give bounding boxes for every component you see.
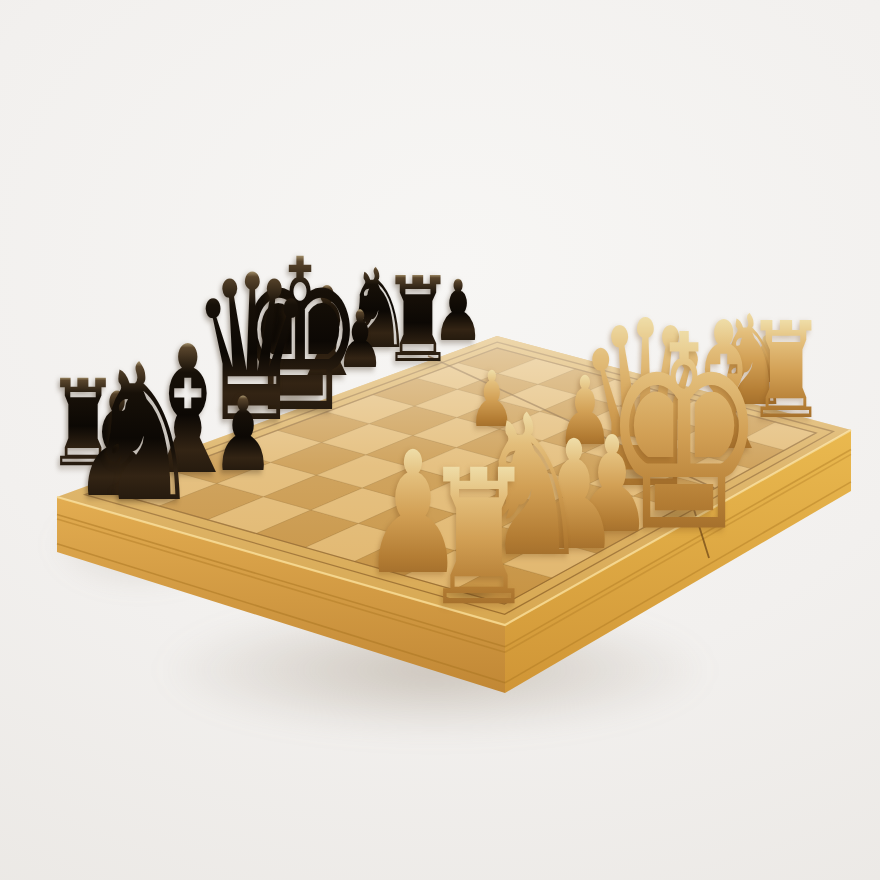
pieces-layer: ♟♞♜♟♝♟♞♚♛♜♟♟♝♜♝♟♛♟♞♚♟♟♞♟♜ [0, 0, 880, 880]
piece-black-pawn: ♟ [212, 384, 274, 486]
piece-black-rook: ♜ [382, 261, 454, 379]
photo-stage: ♟♞♜♟♝♟♞♚♛♜♟♟♝♜♝♟♛♟♞♚♟♟♞♟♜ [0, 0, 880, 880]
piece-white-rook: ♜ [422, 445, 536, 632]
piece-black-knight: ♞ [85, 340, 200, 529]
